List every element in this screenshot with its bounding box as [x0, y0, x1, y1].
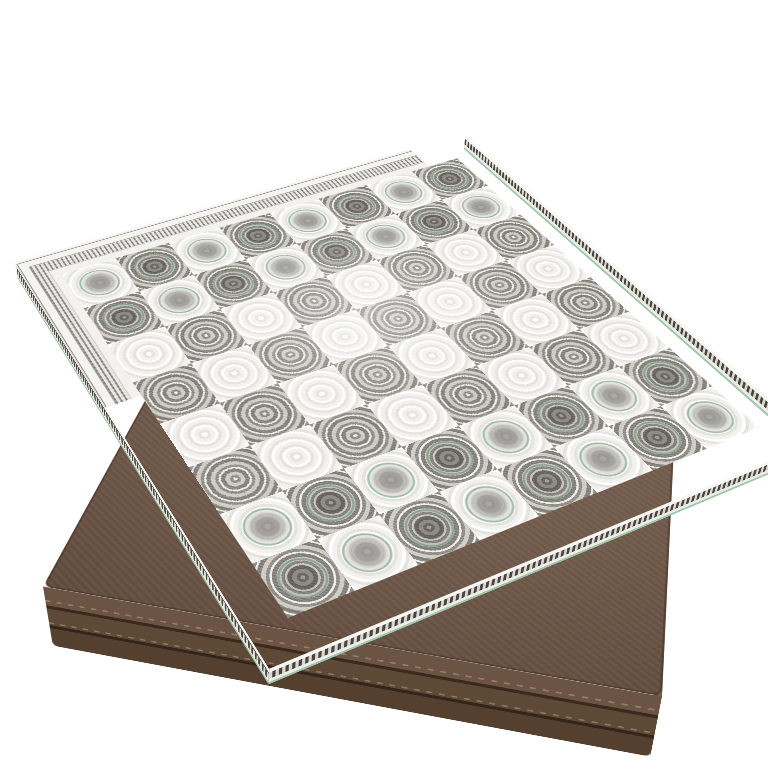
chess-board: ♜♞♝♛♚♝♞♜♟♟♟♟♟♟♟♟♟♟♟♟♟♟♟♟♜♞♝♛♚♝♞♜: [100, 58, 676, 634]
piece-glyph: ♟: [185, 235, 234, 285]
board-surface: ♜♞♝♛♚♝♞♜♟♟♟♟♟♟♟♟♟♟♟♟♟♟♟♟♜♞♝♛♚♝♞♜: [16, 135, 768, 668]
piece-glyph: ♟: [340, 190, 387, 238]
piece-glyph: ♟: [130, 251, 180, 301]
chess-board-slab: ♜♞♝♛♚♝♞♜♟♟♟♟♟♟♟♟♟♟♟♟♟♟♟♟♜♞♝♛♚♝♞♜: [16, 135, 768, 668]
piece-glyph: ♟: [289, 205, 337, 253]
product-scene: ♜♞♝♛♚♝♞♜♟♟♟♟♟♟♟♟♟♟♟♟♟♟♟♟♜♞♝♛♚♝♞♜: [0, 0, 768, 768]
board-grid: ♜♞♝♛♚♝♞♜♟♟♟♟♟♟♟♟♟♟♟♟♟♟♟♟♜♞♝♛♚♝♞♜: [61, 158, 758, 618]
piece-glyph: ♟: [436, 162, 482, 208]
piece-glyph: ♜: [227, 502, 304, 579]
piece-glyph: ♟: [238, 220, 287, 269]
piece-glyph: ♟: [74, 268, 125, 319]
piece-glyph: ♟: [388, 176, 435, 223]
